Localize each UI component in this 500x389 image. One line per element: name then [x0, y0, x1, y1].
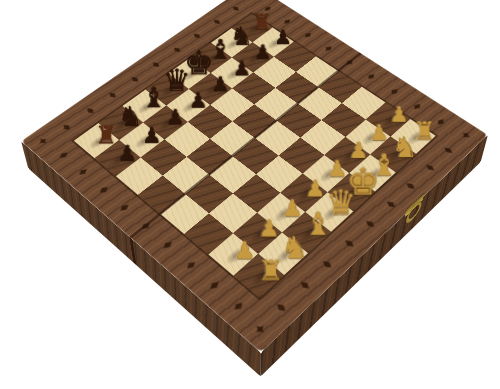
piece-white-pawn-b2[interactable]: ♟	[258, 218, 279, 242]
piece-black-knight-b8[interactable]: ♞	[118, 102, 143, 130]
piece-white-pawn-a2[interactable]: ♟	[234, 239, 256, 263]
piece-black-pawn-c7[interactable]: ♟	[165, 108, 184, 129]
carved-diamond-icon: ◆	[191, 31, 203, 40]
carved-diamond-icon: ◆	[77, 167, 90, 178]
carved-diamond-icon: ◆	[282, 18, 293, 26]
carved-diamond-icon: ◆	[106, 90, 119, 100]
carved-diamond-icon: ◆	[170, 45, 182, 54]
fold-seam-side	[129, 237, 136, 265]
carved-diamond-icon: ◆	[366, 72, 378, 81]
carved-diamond-icon: ◆	[441, 144, 455, 155]
carved-diamond-icon: ◆	[207, 279, 222, 292]
piece-white-pawn-d2[interactable]: ♟	[305, 178, 325, 201]
piece-black-rook-h8[interactable]: ♜	[251, 11, 271, 33]
carved-diamond-icon: ◆	[231, 300, 246, 313]
carved-diamond-icon: ◆	[128, 75, 141, 84]
piece-white-rook-a1[interactable]: ♜	[258, 257, 283, 285]
carved-diamond-icon: ◆	[435, 117, 447, 127]
carved-diamond-icon: ◆	[57, 150, 70, 160]
carved-diamond-icon: ◆	[383, 198, 398, 210]
corner-carving-icon: ✦	[34, 134, 53, 149]
carved-diamond-icon: ◆	[411, 102, 423, 111]
carved-diamond-icon: ◆	[319, 257, 334, 270]
carved-diamond-icon: ◆	[60, 122, 73, 132]
corner-carving-icon: ✦	[243, 0, 259, 1]
carved-diamond-icon: ◆	[149, 60, 162, 69]
folding-chess-box: ✦ ✦ ✦ ✦ ◆◆◆◆◆◆◆◆◆ ◆◆◆◆◆◆◆◆◆ ◆◆◆◆◆◆◆◆◆ ◆◆…	[28, 10, 480, 377]
carved-diamond-icon: ◆	[388, 87, 400, 96]
piece-black-bishop-c8[interactable]: ♝	[141, 85, 166, 113]
piece-black-pawn-e7[interactable]: ♟	[211, 75, 230, 96]
piece-white-pawn-e2[interactable]: ♟	[327, 159, 347, 181]
carved-diamond-icon: ◆	[83, 106, 96, 116]
corner-carving-icon: ✦	[249, 319, 271, 339]
piece-white-pawn-c2[interactable]: ♟	[282, 198, 303, 221]
piece-black-pawn-a7[interactable]: ♟	[117, 143, 137, 165]
carved-diamond-icon: ◆	[296, 278, 312, 291]
piece-black-knight-g8[interactable]: ♞	[229, 23, 252, 49]
carved-diamond-icon: ◆	[273, 300, 289, 314]
product-photo-scene: ✦ ✦ ✦ ✦ ◆◆◆◆◆◆◆◆◆ ◆◆◆◆◆◆◆◆◆ ◆◆◆◆◆◆◆◆◆ ◆◆…	[0, 0, 500, 389]
carved-diamond-icon: ◆	[422, 162, 437, 173]
piece-black-pawn-h7[interactable]: ♟	[274, 28, 292, 48]
carved-diamond-icon: ◆	[210, 17, 222, 25]
carved-diamond-icon: ◆	[118, 202, 132, 213]
square-c5[interactable]	[187, 139, 233, 175]
piece-white-pawn-h2[interactable]: ♟	[389, 105, 408, 126]
carved-diamond-icon: ◆	[230, 4, 242, 12]
carved-diamond-icon: ◆	[97, 184, 111, 195]
corner-carving-icon: ✦	[457, 128, 476, 142]
piece-black-rook-a8[interactable]: ♜	[94, 123, 116, 148]
piece-black-pawn-d7[interactable]: ♟	[188, 91, 207, 112]
carved-diamond-icon: ◆	[323, 44, 335, 52]
carved-diamond-icon: ◆	[184, 259, 198, 271]
carved-diamond-icon: ◆	[362, 217, 377, 229]
square-d5[interactable]	[210, 121, 255, 156]
carved-diamond-icon: ◆	[341, 237, 356, 249]
piece-white-pawn-g2[interactable]: ♟	[369, 122, 389, 144]
piece-white-knight-b1[interactable]: ♞	[281, 232, 309, 263]
piece-black-pawn-b7[interactable]: ♟	[142, 125, 162, 147]
piece-black-queen-d8[interactable]: ♛	[163, 65, 191, 96]
piece-black-pawn-f7[interactable]: ♟	[232, 59, 250, 80]
board-top: ✦ ✦ ✦ ✦ ◆◆◆◆◆◆◆◆◆ ◆◆◆◆◆◆◆◆◆ ◆◆◆◆◆◆◆◆◆ ◆◆…	[21, 0, 488, 353]
carved-diamond-icon: ◆	[302, 31, 314, 39]
piece-black-pawn-g7[interactable]: ♟	[253, 43, 271, 63]
carved-diamond-icon: ◆	[403, 180, 418, 191]
carved-diamond-icon: ◆	[161, 239, 175, 251]
